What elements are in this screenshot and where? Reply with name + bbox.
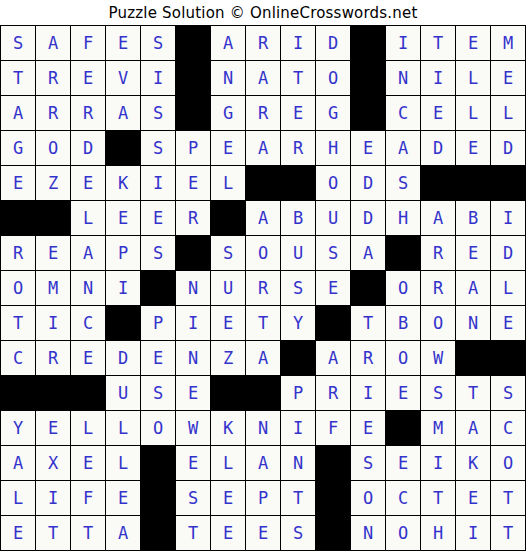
letter-cell: R	[246, 96, 280, 130]
letter-cell: R	[246, 271, 280, 305]
letter-cell: A	[246, 131, 280, 165]
letter-cell: D	[351, 166, 385, 200]
letter-cell: A	[351, 236, 385, 270]
letter-cell: A	[456, 411, 490, 445]
black-cell	[36, 201, 70, 235]
letter-cell: S	[386, 166, 420, 200]
letter-cell: C	[491, 411, 525, 445]
letter-cell: E	[316, 271, 350, 305]
letter-cell: T	[491, 516, 525, 550]
letter-cell: E	[141, 341, 175, 375]
letter-cell: Y	[281, 306, 315, 340]
letter-cell: B	[456, 201, 490, 235]
letter-cell: T	[351, 306, 385, 340]
black-cell	[141, 516, 175, 550]
black-cell	[176, 26, 210, 60]
letter-cell: E	[386, 376, 420, 410]
letter-cell: I	[386, 26, 420, 60]
letter-cell: A	[211, 26, 245, 60]
letter-cell: I	[106, 271, 140, 305]
black-cell	[176, 96, 210, 130]
letter-cell: A	[106, 516, 140, 550]
letter-cell: G	[316, 96, 350, 130]
letter-cell: U	[281, 236, 315, 270]
black-cell	[456, 341, 490, 375]
letter-cell: E	[1, 166, 35, 200]
letter-cell: R	[421, 236, 455, 270]
letter-cell: L	[456, 61, 490, 95]
black-cell	[316, 481, 350, 515]
letter-cell: S	[316, 236, 350, 270]
letter-cell: E	[456, 481, 490, 515]
letter-cell: S	[176, 481, 210, 515]
letter-cell: S	[281, 516, 315, 550]
black-cell	[1, 201, 35, 235]
letter-cell: I	[36, 481, 70, 515]
letter-cell: N	[176, 341, 210, 375]
letter-cell: V	[106, 61, 140, 95]
letter-cell: E	[141, 201, 175, 235]
black-cell	[141, 271, 175, 305]
letter-cell: S	[141, 131, 175, 165]
letter-cell: L	[106, 411, 140, 445]
letter-cell: P	[246, 481, 280, 515]
letter-cell: A	[316, 341, 350, 375]
letter-cell: L	[211, 166, 245, 200]
letter-cell: D	[316, 26, 350, 60]
black-cell	[491, 166, 525, 200]
letter-cell: E	[456, 236, 490, 270]
letter-cell: I	[421, 61, 455, 95]
letter-cell: E	[491, 306, 525, 340]
letter-cell: H	[421, 516, 455, 550]
letter-cell: E	[211, 516, 245, 550]
letter-cell: E	[351, 131, 385, 165]
letter-cell: R	[246, 26, 280, 60]
black-cell	[246, 166, 280, 200]
letter-cell: M	[421, 411, 455, 445]
black-cell	[246, 376, 280, 410]
letter-cell: G	[1, 131, 35, 165]
letter-cell: T	[281, 481, 315, 515]
letter-cell: E	[456, 26, 490, 60]
letter-cell: S	[141, 236, 175, 270]
black-cell	[106, 131, 140, 165]
letter-cell: Z	[36, 166, 70, 200]
letter-cell: O	[491, 446, 525, 480]
black-cell	[351, 96, 385, 130]
letter-cell: A	[71, 236, 105, 270]
letter-cell: R	[36, 96, 70, 130]
letter-cell: N	[386, 61, 420, 95]
letter-cell: E	[71, 341, 105, 375]
letter-cell: T	[456, 376, 490, 410]
letter-cell: O	[246, 236, 280, 270]
letter-cell: I	[456, 516, 490, 550]
letter-cell: E	[211, 306, 245, 340]
letter-cell: S	[351, 446, 385, 480]
letter-cell: D	[106, 341, 140, 375]
letter-cell: M	[491, 26, 525, 60]
letter-cell: W	[421, 341, 455, 375]
letter-cell: R	[421, 271, 455, 305]
puzzle-solution-page: Puzzle Solution © OnlineCrosswords.net S…	[0, 0, 526, 551]
letter-cell: C	[386, 96, 420, 130]
letter-cell: L	[106, 446, 140, 480]
letter-cell: F	[71, 481, 105, 515]
letter-cell: R	[36, 61, 70, 95]
black-cell	[281, 166, 315, 200]
letter-cell: C	[71, 306, 105, 340]
letter-cell: E	[211, 131, 245, 165]
letter-cell: P	[281, 376, 315, 410]
letter-cell: S	[1, 26, 35, 60]
letter-cell: T	[1, 306, 35, 340]
letter-cell: K	[106, 166, 140, 200]
letter-cell: R	[71, 96, 105, 130]
letter-cell: D	[491, 236, 525, 270]
letter-cell: C	[386, 481, 420, 515]
letter-cell: E	[106, 481, 140, 515]
letter-cell: A	[246, 341, 280, 375]
letter-cell: T	[246, 306, 280, 340]
letter-cell: S	[141, 26, 175, 60]
letter-cell: T	[491, 481, 525, 515]
letter-cell: B	[386, 306, 420, 340]
letter-cell: N	[456, 306, 490, 340]
letter-cell: A	[1, 446, 35, 480]
letter-cell: A	[246, 446, 280, 480]
letter-cell: Z	[211, 341, 245, 375]
letter-cell: A	[246, 201, 280, 235]
black-cell	[351, 61, 385, 95]
letter-cell: P	[141, 306, 175, 340]
letter-cell: U	[316, 201, 350, 235]
letter-cell: N	[351, 516, 385, 550]
letter-cell: R	[281, 131, 315, 165]
letter-cell: U	[211, 271, 245, 305]
letter-cell: E	[491, 61, 525, 95]
letter-cell: I	[421, 446, 455, 480]
letter-cell: H	[316, 131, 350, 165]
letter-cell: E	[246, 516, 280, 550]
letter-cell: E	[36, 236, 70, 270]
crossword-grid: SAFESARIDITEMTREVINATONILEARRASGREGCELLG…	[0, 25, 526, 551]
letter-cell: R	[36, 341, 70, 375]
letter-cell: O	[351, 481, 385, 515]
letter-cell: S	[141, 376, 175, 410]
letter-cell: F	[316, 411, 350, 445]
black-cell	[456, 166, 490, 200]
letter-cell: O	[421, 306, 455, 340]
letter-cell: N	[176, 271, 210, 305]
black-cell	[176, 236, 210, 270]
letter-cell: S	[421, 376, 455, 410]
letter-cell: P	[106, 236, 140, 270]
letter-cell: R	[176, 201, 210, 235]
letter-cell: A	[36, 26, 70, 60]
letter-cell: T	[421, 481, 455, 515]
letter-cell: E	[176, 166, 210, 200]
letter-cell: N	[281, 446, 315, 480]
letter-cell: L	[1, 481, 35, 515]
page-title: Puzzle Solution © OnlineCrosswords.net	[0, 0, 526, 25]
letter-cell: N	[246, 411, 280, 445]
letter-cell: F	[71, 26, 105, 60]
letter-cell: E	[106, 26, 140, 60]
letter-cell: W	[176, 411, 210, 445]
letter-cell: M	[36, 271, 70, 305]
black-cell	[211, 201, 245, 235]
black-cell	[316, 516, 350, 550]
letter-cell: L	[491, 271, 525, 305]
letter-cell: E	[1, 516, 35, 550]
letter-cell: T	[1, 61, 35, 95]
black-cell	[71, 376, 105, 410]
letter-cell: R	[1, 236, 35, 270]
letter-cell: N	[211, 61, 245, 95]
letter-cell: O	[316, 166, 350, 200]
letter-cell: E	[281, 96, 315, 130]
black-cell	[386, 411, 420, 445]
letter-cell: A	[1, 96, 35, 130]
letter-cell: L	[456, 96, 490, 130]
letter-cell: R	[351, 341, 385, 375]
letter-cell: E	[456, 131, 490, 165]
letter-cell: E	[421, 96, 455, 130]
letter-cell: A	[421, 201, 455, 235]
letter-cell: O	[141, 411, 175, 445]
letter-cell: T	[421, 26, 455, 60]
letter-cell: E	[71, 446, 105, 480]
black-cell	[1, 376, 35, 410]
letter-cell: I	[141, 166, 175, 200]
letter-cell: D	[421, 131, 455, 165]
letter-cell: E	[106, 201, 140, 235]
letter-cell: K	[456, 446, 490, 480]
black-cell	[176, 61, 210, 95]
black-cell	[491, 341, 525, 375]
letter-cell: O	[1, 271, 35, 305]
letter-cell: L	[71, 411, 105, 445]
letter-cell: D	[71, 131, 105, 165]
letter-cell: T	[36, 516, 70, 550]
letter-cell: L	[211, 446, 245, 480]
letter-cell: I	[281, 26, 315, 60]
letter-cell: I	[141, 61, 175, 95]
letter-cell: S	[211, 236, 245, 270]
letter-cell: T	[176, 516, 210, 550]
letter-cell: I	[36, 306, 70, 340]
letter-cell: S	[141, 96, 175, 130]
letter-cell: E	[176, 446, 210, 480]
letter-cell: D	[351, 201, 385, 235]
black-cell	[316, 446, 350, 480]
letter-cell: D	[491, 131, 525, 165]
letter-cell: E	[386, 446, 420, 480]
letter-cell: T	[71, 516, 105, 550]
black-cell	[211, 376, 245, 410]
letter-cell: L	[491, 96, 525, 130]
black-cell	[281, 341, 315, 375]
letter-cell: E	[71, 166, 105, 200]
letter-cell: T	[281, 61, 315, 95]
black-cell	[421, 166, 455, 200]
letter-cell: I	[176, 306, 210, 340]
letter-cell: O	[386, 516, 420, 550]
letter-cell: H	[386, 201, 420, 235]
black-cell	[351, 271, 385, 305]
letter-cell: N	[71, 271, 105, 305]
letter-cell: A	[386, 131, 420, 165]
black-cell	[141, 446, 175, 480]
letter-cell: A	[456, 271, 490, 305]
letter-cell: A	[106, 96, 140, 130]
black-cell	[386, 236, 420, 270]
black-cell	[141, 481, 175, 515]
letter-cell: O	[316, 61, 350, 95]
letter-cell: B	[281, 201, 315, 235]
letter-cell: S	[491, 376, 525, 410]
letter-cell: R	[316, 376, 350, 410]
letter-cell: E	[36, 411, 70, 445]
letter-cell: E	[71, 61, 105, 95]
letter-cell: O	[36, 131, 70, 165]
letter-cell: G	[211, 96, 245, 130]
letter-cell: A	[246, 61, 280, 95]
letter-cell: E	[176, 376, 210, 410]
letter-cell: L	[71, 201, 105, 235]
letter-cell: I	[281, 411, 315, 445]
letter-cell: E	[211, 481, 245, 515]
letter-cell: I	[351, 376, 385, 410]
letter-cell: S	[281, 271, 315, 305]
letter-cell: K	[211, 411, 245, 445]
black-cell	[316, 306, 350, 340]
letter-cell: U	[106, 376, 140, 410]
letter-cell: O	[386, 271, 420, 305]
letter-cell: O	[386, 341, 420, 375]
letter-cell: X	[36, 446, 70, 480]
black-cell	[106, 306, 140, 340]
letter-cell: C	[1, 341, 35, 375]
black-cell	[351, 26, 385, 60]
letter-cell: Y	[1, 411, 35, 445]
black-cell	[36, 376, 70, 410]
letter-cell: P	[176, 131, 210, 165]
letter-cell: I	[491, 201, 525, 235]
letter-cell: E	[351, 411, 385, 445]
